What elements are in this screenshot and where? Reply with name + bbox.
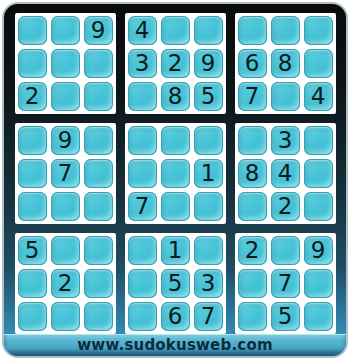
cell-r7c1[interactable]: 5 xyxy=(18,236,47,265)
cell-r2c7[interactable]: 6 xyxy=(238,49,267,78)
cell-r4c6[interactable] xyxy=(194,126,223,155)
cell-r6c3[interactable] xyxy=(84,192,113,221)
cell-r4c8[interactable]: 3 xyxy=(271,126,300,155)
cell-r4c9[interactable] xyxy=(304,126,333,155)
cell-r1c4[interactable]: 4 xyxy=(128,16,157,45)
cell-r9c7[interactable] xyxy=(238,302,267,331)
cell-r2c8[interactable]: 8 xyxy=(271,49,300,78)
cell-r9c5[interactable]: 6 xyxy=(161,302,190,331)
cell-r3c9[interactable]: 4 xyxy=(304,82,333,111)
box-r3c3: 2975 xyxy=(235,233,336,334)
cell-r3c2[interactable] xyxy=(51,82,80,111)
cell-r2c2[interactable] xyxy=(51,49,80,78)
cell-r2c1[interactable] xyxy=(18,49,47,78)
cell-r1c6[interactable] xyxy=(194,16,223,45)
cell-r6c8[interactable]: 2 xyxy=(271,192,300,221)
cell-r5c3[interactable] xyxy=(84,159,113,188)
cell-r3c1[interactable]: 2 xyxy=(18,82,47,111)
sudoku-board: 9243298568749717384252153672975 xyxy=(15,13,336,334)
cell-r5c6[interactable]: 1 xyxy=(194,159,223,188)
cell-r9c2[interactable] xyxy=(51,302,80,331)
cell-r1c5[interactable] xyxy=(161,16,190,45)
cell-r8c1[interactable] xyxy=(18,269,47,298)
cell-r5c7[interactable]: 8 xyxy=(238,159,267,188)
cell-r9c1[interactable] xyxy=(18,302,47,331)
cell-r3c7[interactable]: 7 xyxy=(238,82,267,111)
cell-r9c8[interactable]: 5 xyxy=(271,302,300,331)
box-r3c1: 52 xyxy=(15,233,116,334)
cell-r9c4[interactable] xyxy=(128,302,157,331)
box-r1c2: 432985 xyxy=(125,13,226,114)
cell-r7c4[interactable] xyxy=(128,236,157,265)
cell-r6c6[interactable] xyxy=(194,192,223,221)
cell-r7c6[interactable] xyxy=(194,236,223,265)
cell-r1c9[interactable] xyxy=(304,16,333,45)
cell-r6c4[interactable]: 7 xyxy=(128,192,157,221)
box-r2c3: 3842 xyxy=(235,123,336,224)
cell-r4c5[interactable] xyxy=(161,126,190,155)
cell-r9c9[interactable] xyxy=(304,302,333,331)
footer-bar: www.sudokusweb.com xyxy=(4,334,346,356)
cell-r9c6[interactable]: 7 xyxy=(194,302,223,331)
cell-r6c9[interactable] xyxy=(304,192,333,221)
cell-r6c7[interactable] xyxy=(238,192,267,221)
cell-r4c2[interactable]: 9 xyxy=(51,126,80,155)
cell-r2c5[interactable]: 2 xyxy=(161,49,190,78)
cell-r5c2[interactable]: 7 xyxy=(51,159,80,188)
cell-r6c2[interactable] xyxy=(51,192,80,221)
cell-r7c2[interactable] xyxy=(51,236,80,265)
cell-r1c2[interactable] xyxy=(51,16,80,45)
box-r1c3: 6874 xyxy=(235,13,336,114)
cell-r8c3[interactable] xyxy=(84,269,113,298)
cell-r1c1[interactable] xyxy=(18,16,47,45)
cell-r2c4[interactable]: 3 xyxy=(128,49,157,78)
cell-r3c5[interactable]: 8 xyxy=(161,82,190,111)
cell-r3c4[interactable] xyxy=(128,82,157,111)
cell-r4c3[interactable] xyxy=(84,126,113,155)
cell-r4c4[interactable] xyxy=(128,126,157,155)
cell-r4c7[interactable] xyxy=(238,126,267,155)
cell-r8c2[interactable]: 2 xyxy=(51,269,80,298)
cell-r5c4[interactable] xyxy=(128,159,157,188)
cell-r8c8[interactable]: 7 xyxy=(271,269,300,298)
cell-r7c5[interactable]: 1 xyxy=(161,236,190,265)
cell-r5c1[interactable] xyxy=(18,159,47,188)
cell-r8c6[interactable]: 3 xyxy=(194,269,223,298)
cell-r5c9[interactable] xyxy=(304,159,333,188)
cell-r4c1[interactable] xyxy=(18,126,47,155)
sudoku-widget-frame: 9243298568749717384252153672975 www.sudo… xyxy=(2,2,348,358)
cell-r2c3[interactable] xyxy=(84,49,113,78)
box-r2c1: 97 xyxy=(15,123,116,224)
cell-r3c6[interactable]: 5 xyxy=(194,82,223,111)
box-r3c2: 15367 xyxy=(125,233,226,334)
cell-r7c3[interactable] xyxy=(84,236,113,265)
cell-r7c7[interactable]: 2 xyxy=(238,236,267,265)
website-url: www.sudokusweb.com xyxy=(77,336,272,354)
cell-r6c5[interactable] xyxy=(161,192,190,221)
cell-r6c1[interactable] xyxy=(18,192,47,221)
box-r1c1: 92 xyxy=(15,13,116,114)
cell-r3c3[interactable] xyxy=(84,82,113,111)
cell-r1c8[interactable] xyxy=(271,16,300,45)
cell-r8c7[interactable] xyxy=(238,269,267,298)
cell-r1c7[interactable] xyxy=(238,16,267,45)
cell-r7c8[interactable] xyxy=(271,236,300,265)
cell-r3c8[interactable] xyxy=(271,82,300,111)
box-r2c2: 17 xyxy=(125,123,226,224)
cell-r5c8[interactable]: 4 xyxy=(271,159,300,188)
cell-r5c5[interactable] xyxy=(161,159,190,188)
cell-r8c4[interactable] xyxy=(128,269,157,298)
cell-r2c6[interactable]: 9 xyxy=(194,49,223,78)
cell-r2c9[interactable] xyxy=(304,49,333,78)
cell-r8c5[interactable]: 5 xyxy=(161,269,190,298)
cell-r9c3[interactable] xyxy=(84,302,113,331)
cell-r7c9[interactable]: 9 xyxy=(304,236,333,265)
cell-r8c9[interactable] xyxy=(304,269,333,298)
cell-r1c3[interactable]: 9 xyxy=(84,16,113,45)
